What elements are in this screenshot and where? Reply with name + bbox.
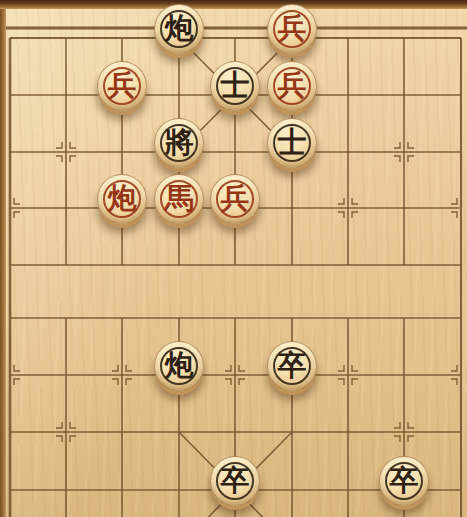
piece-red-soldier[interactable]: 兵 bbox=[267, 4, 317, 54]
piece-black-soldier[interactable]: 卒 bbox=[210, 456, 260, 506]
piece-red-cannon[interactable]: 炮 bbox=[97, 174, 147, 224]
red-cannon-glyph: 炮 bbox=[108, 173, 137, 223]
red-soldier-glyph: 兵 bbox=[221, 173, 250, 223]
black-soldier-glyph: 卒 bbox=[390, 455, 419, 505]
piece-black-advisor[interactable]: 士 bbox=[267, 118, 317, 168]
piece-red-soldier[interactable]: 兵 bbox=[210, 174, 260, 224]
piece-black-soldier[interactable]: 卒 bbox=[379, 456, 429, 506]
piece-black-cannon[interactable]: 炮 bbox=[154, 341, 204, 391]
piece-red-soldier[interactable]: 兵 bbox=[97, 61, 147, 111]
piece-red-soldier[interactable]: 兵 bbox=[267, 61, 317, 111]
red-horse-glyph: 馬 bbox=[165, 173, 194, 223]
black-general-glyph: 將 bbox=[165, 117, 194, 167]
piece-black-cannon[interactable]: 炮 bbox=[154, 4, 204, 54]
black-advisor-glyph: 士 bbox=[221, 60, 250, 110]
black-soldier-glyph: 卒 bbox=[278, 340, 307, 390]
piece-black-advisor[interactable]: 士 bbox=[210, 61, 260, 111]
piece-red-horse[interactable]: 馬 bbox=[154, 174, 204, 224]
black-soldier-glyph: 卒 bbox=[221, 455, 250, 505]
red-soldier-glyph: 兵 bbox=[108, 60, 137, 110]
black-cannon-glyph: 炮 bbox=[165, 340, 194, 390]
black-cannon-glyph: 炮 bbox=[165, 3, 194, 53]
piece-black-general[interactable]: 將 bbox=[154, 118, 204, 168]
piece-black-soldier[interactable]: 卒 bbox=[267, 341, 317, 391]
xiangqi-board[interactable]: 炮兵兵士兵將士炮馬兵炮卒卒卒 bbox=[0, 0, 467, 517]
black-advisor-glyph: 士 bbox=[278, 117, 307, 167]
red-soldier-glyph: 兵 bbox=[278, 3, 307, 53]
red-soldier-glyph: 兵 bbox=[278, 60, 307, 110]
